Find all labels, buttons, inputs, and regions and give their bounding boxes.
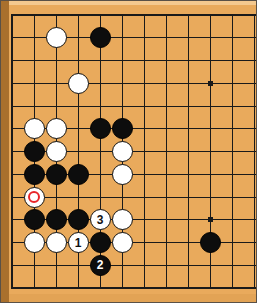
grid-line-horizontal: [11, 106, 257, 107]
board-bottom-strip: [9, 294, 257, 303]
stone-white: [24, 118, 45, 139]
grid-line-horizontal: [11, 287, 257, 289]
stone-black: [24, 141, 45, 162]
stone-black: [112, 118, 133, 139]
grid-line-horizontal: [11, 197, 257, 198]
board-left-edge-strip: [1, 1, 9, 303]
stone-black: [90, 232, 111, 253]
star-point: [208, 217, 213, 222]
stone-white: [24, 232, 45, 253]
go-board-diagram: 312: [0, 0, 257, 303]
stone-black: [200, 232, 221, 253]
stone-black: [68, 209, 89, 230]
stone-black: [68, 164, 89, 185]
grid-line-horizontal: [11, 14, 257, 16]
stone-white-move-3: 3: [90, 209, 111, 230]
grid-line-horizontal: [11, 60, 257, 61]
move-number-label: 3: [91, 210, 110, 229]
stone-black: [90, 118, 111, 139]
stone-black: [24, 209, 45, 230]
stone-white: [46, 27, 67, 48]
stone-white: [46, 141, 67, 162]
stone-black-move-2: 2: [90, 255, 111, 276]
stone-white: [112, 209, 133, 230]
stone-white-move-1: 1: [68, 232, 89, 253]
stone-black: [90, 27, 111, 48]
stone-black: [46, 209, 67, 230]
red-circle-marker-icon: [28, 191, 40, 203]
star-point: [208, 81, 213, 86]
stone-white-marked: [24, 187, 45, 208]
stone-white: [112, 141, 133, 162]
stone-black: [24, 164, 45, 185]
stone-white: [112, 164, 133, 185]
grid-line-horizontal: [11, 83, 257, 84]
stone-white: [46, 232, 67, 253]
grid-line-horizontal: [11, 265, 257, 266]
stone-black: [46, 164, 67, 185]
stone-white: [68, 73, 89, 94]
stone-white: [112, 232, 133, 253]
move-number-label: 2: [91, 256, 110, 275]
board-top-highlight: [1, 1, 257, 5]
move-number-label: 1: [69, 233, 88, 252]
stone-white: [46, 118, 67, 139]
